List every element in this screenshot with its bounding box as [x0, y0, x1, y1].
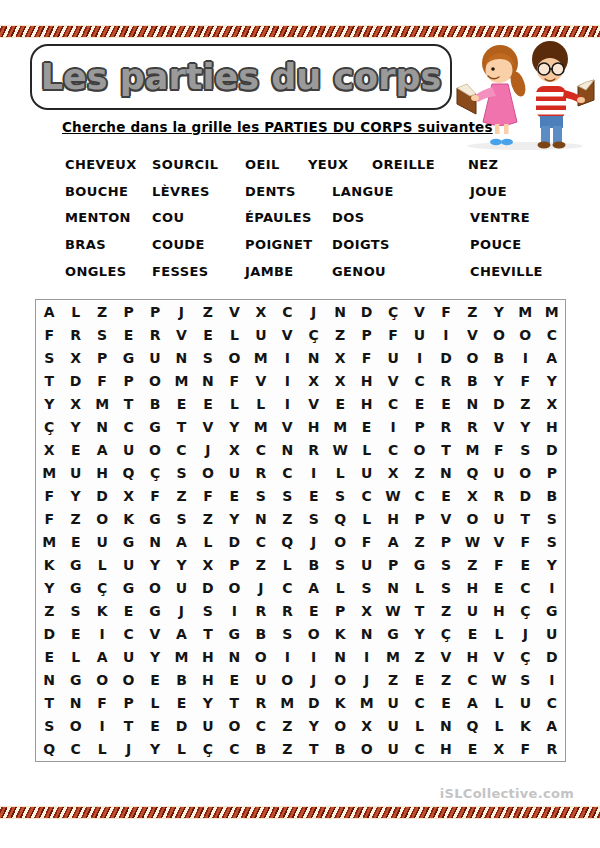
grid-cell[interactable]: M — [248, 415, 274, 438]
grid-cell[interactable]: U — [486, 461, 512, 484]
grid-cell[interactable]: S — [327, 484, 353, 507]
grid-cell[interactable]: V — [486, 530, 512, 553]
grid-cell[interactable]: C — [512, 577, 538, 600]
grid-cell[interactable]: S — [433, 554, 459, 577]
grid-cell[interactable]: N — [36, 669, 62, 692]
grid-cell[interactable]: C — [380, 392, 406, 415]
grid-cell[interactable]: G — [142, 507, 168, 530]
grid-cell[interactable]: C — [406, 369, 432, 392]
grid-cell[interactable]: N — [142, 530, 168, 553]
grid-cell[interactable]: O — [221, 577, 247, 600]
grid-cell[interactable]: Y — [539, 554, 565, 577]
grid-cell[interactable]: C — [115, 415, 141, 438]
grid-cell[interactable]: Ç — [36, 415, 62, 438]
grid-cell[interactable]: T — [195, 623, 221, 646]
grid-cell[interactable]: A — [89, 646, 115, 669]
grid-cell[interactable]: T — [115, 392, 141, 415]
grid-cell[interactable]: V — [195, 415, 221, 438]
grid-cell[interactable]: A — [459, 692, 485, 715]
grid-cell[interactable]: D — [221, 530, 247, 553]
grid-cell[interactable]: R — [62, 323, 88, 346]
grid-cell[interactable]: O — [195, 461, 221, 484]
grid-cell[interactable]: E — [433, 392, 459, 415]
grid-cell[interactable]: Y — [301, 715, 327, 738]
grid-cell[interactable]: Y — [36, 577, 62, 600]
grid-cell[interactable]: M — [248, 346, 274, 369]
grid-cell[interactable]: H — [301, 415, 327, 438]
grid-cell[interactable]: N — [433, 715, 459, 738]
grid-cell[interactable]: R — [248, 461, 274, 484]
grid-cell[interactable]: K — [512, 715, 538, 738]
grid-cell[interactable]: R — [301, 438, 327, 461]
grid-cell[interactable]: Ç — [380, 300, 406, 323]
grid-cell[interactable]: L — [221, 392, 247, 415]
grid-cell[interactable]: C — [221, 738, 247, 761]
grid-cell[interactable]: B — [301, 554, 327, 577]
grid-cell[interactable]: P — [89, 346, 115, 369]
grid-cell[interactable]: U — [89, 530, 115, 553]
grid-cell[interactable]: C — [353, 484, 379, 507]
grid-cell[interactable]: L — [195, 530, 221, 553]
grid-cell[interactable]: M — [539, 300, 565, 323]
grid-cell[interactable]: D — [539, 438, 565, 461]
grid-cell[interactable]: Q — [459, 715, 485, 738]
grid-cell[interactable]: N — [353, 623, 379, 646]
grid-cell[interactable]: O — [301, 623, 327, 646]
grid-cell[interactable]: U — [168, 577, 194, 600]
grid-cell[interactable]: D — [301, 692, 327, 715]
grid-cell[interactable]: A — [36, 300, 62, 323]
grid-cell[interactable]: R — [248, 692, 274, 715]
grid-cell[interactable]: M — [380, 646, 406, 669]
grid-cell[interactable]: L — [62, 300, 88, 323]
grid-cell[interactable]: S — [539, 507, 565, 530]
grid-cell[interactable]: X — [539, 392, 565, 415]
grid-cell[interactable]: O — [115, 669, 141, 692]
grid-cell[interactable]: C — [274, 300, 300, 323]
grid-cell[interactable]: E — [195, 323, 221, 346]
grid-cell[interactable]: H — [433, 738, 459, 761]
grid-cell[interactable]: Z — [168, 484, 194, 507]
grid-cell[interactable]: O — [221, 346, 247, 369]
grid-cell[interactable]: V — [301, 392, 327, 415]
grid-cell[interactable]: G — [380, 623, 406, 646]
grid-cell[interactable]: I — [221, 600, 247, 623]
grid-cell[interactable]: S — [195, 600, 221, 623]
grid-cell[interactable]: K — [115, 507, 141, 530]
grid-cell[interactable]: L — [486, 623, 512, 646]
grid-cell[interactable]: V — [168, 323, 194, 346]
grid-cell[interactable]: B — [248, 623, 274, 646]
grid-cell[interactable]: Z — [433, 600, 459, 623]
grid-cell[interactable]: Z — [195, 300, 221, 323]
grid-cell[interactable]: I — [274, 369, 300, 392]
grid-cell[interactable]: B — [168, 669, 194, 692]
grid-cell[interactable]: O — [274, 669, 300, 692]
grid-cell[interactable]: S — [327, 554, 353, 577]
grid-cell[interactable]: H — [380, 507, 406, 530]
grid-cell[interactable]: W — [327, 438, 353, 461]
grid-cell[interactable]: S — [433, 577, 459, 600]
grid-cell[interactable]: Q — [459, 461, 485, 484]
grid-cell[interactable]: G — [406, 554, 432, 577]
grid-cell[interactable]: X — [459, 484, 485, 507]
grid-cell[interactable]: C — [168, 438, 194, 461]
grid-cell[interactable]: C — [406, 738, 432, 761]
grid-cell[interactable]: Z — [380, 669, 406, 692]
grid-cell[interactable]: G — [142, 415, 168, 438]
grid-cell[interactable]: S — [36, 346, 62, 369]
grid-cell[interactable]: V — [274, 323, 300, 346]
grid-cell[interactable]: B — [248, 738, 274, 761]
grid-cell[interactable]: O — [89, 507, 115, 530]
grid-cell[interactable]: T — [221, 692, 247, 715]
grid-cell[interactable]: H — [459, 577, 485, 600]
grid-cell[interactable]: Z — [406, 530, 432, 553]
grid-cell[interactable]: F — [512, 369, 538, 392]
grid-cell[interactable]: A — [89, 438, 115, 461]
grid-cell[interactable]: L — [62, 646, 88, 669]
grid-cell[interactable]: Y — [142, 738, 168, 761]
grid-cell[interactable]: X — [327, 346, 353, 369]
grid-cell[interactable]: Y — [195, 692, 221, 715]
grid-cell[interactable]: Y — [486, 300, 512, 323]
grid-cell[interactable]: N — [195, 369, 221, 392]
grid-cell[interactable]: Ç — [301, 323, 327, 346]
grid-cell[interactable]: P — [115, 369, 141, 392]
grid-cell[interactable]: E — [301, 600, 327, 623]
grid-cell[interactable]: C — [406, 484, 432, 507]
grid-cell[interactable]: I — [274, 392, 300, 415]
grid-cell[interactable]: G — [142, 600, 168, 623]
grid-cell[interactable]: E — [406, 392, 432, 415]
grid-cell[interactable]: S — [36, 715, 62, 738]
grid-cell[interactable]: H — [353, 392, 379, 415]
grid-cell[interactable]: H — [195, 669, 221, 692]
grid-cell[interactable]: B — [486, 346, 512, 369]
grid-cell[interactable]: Ç — [89, 577, 115, 600]
grid-cell[interactable]: M — [36, 530, 62, 553]
grid-cell[interactable]: S — [512, 438, 538, 461]
grid-cell[interactable]: S — [89, 323, 115, 346]
grid-cell[interactable]: N — [301, 346, 327, 369]
grid-cell[interactable]: E — [168, 692, 194, 715]
grid-cell[interactable]: Ç — [195, 738, 221, 761]
grid-cell[interactable]: Y — [142, 554, 168, 577]
grid-cell[interactable]: E — [168, 392, 194, 415]
grid-cell[interactable]: O — [62, 715, 88, 738]
grid-cell[interactable]: Ç — [142, 461, 168, 484]
grid-cell[interactable]: M — [512, 300, 538, 323]
grid-cell[interactable]: Y — [62, 415, 88, 438]
grid-cell[interactable]: Z — [327, 323, 353, 346]
grid-cell[interactable]: L — [327, 461, 353, 484]
grid-cell[interactable]: I — [539, 669, 565, 692]
grid-cell[interactable]: F — [486, 554, 512, 577]
grid-cell[interactable]: B — [539, 484, 565, 507]
grid-cell[interactable]: Z — [274, 507, 300, 530]
grid-cell[interactable]: U — [115, 438, 141, 461]
grid-cell[interactable]: Y — [168, 554, 194, 577]
grid-cell[interactable]: Z — [433, 669, 459, 692]
grid-cell[interactable]: F — [380, 323, 406, 346]
grid-cell[interactable]: J — [301, 669, 327, 692]
grid-cell[interactable]: H — [459, 646, 485, 669]
grid-cell[interactable]: L — [486, 692, 512, 715]
grid-cell[interactable]: S — [353, 577, 379, 600]
grid-cell[interactable]: G — [62, 554, 88, 577]
grid-cell[interactable]: T — [512, 507, 538, 530]
grid-cell[interactable]: U — [115, 646, 141, 669]
grid-cell[interactable]: Z — [274, 738, 300, 761]
grid-cell[interactable]: R — [539, 738, 565, 761]
grid-cell[interactable]: J — [301, 530, 327, 553]
grid-cell[interactable]: R — [274, 600, 300, 623]
grid-cell[interactable]: Z — [248, 554, 274, 577]
grid-cell[interactable]: Z — [62, 507, 88, 530]
grid-cell[interactable]: L — [327, 577, 353, 600]
grid-cell[interactable]: E — [459, 623, 485, 646]
grid-cell[interactable]: C — [248, 438, 274, 461]
grid-cell[interactable]: J — [115, 738, 141, 761]
grid-cell[interactable]: F — [195, 484, 221, 507]
grid-cell[interactable]: F — [433, 300, 459, 323]
grid-cell[interactable]: E — [459, 738, 485, 761]
grid-cell[interactable]: N — [221, 646, 247, 669]
grid-cell[interactable]: D — [168, 715, 194, 738]
grid-cell[interactable]: O — [142, 438, 168, 461]
grid-cell[interactable]: P — [380, 554, 406, 577]
grid-cell[interactable]: J — [168, 600, 194, 623]
grid-cell[interactable]: E — [115, 323, 141, 346]
grid-cell[interactable]: E — [62, 623, 88, 646]
grid-cell[interactable]: F — [89, 369, 115, 392]
grid-cell[interactable]: M — [274, 692, 300, 715]
grid-cell[interactable]: S — [301, 507, 327, 530]
grid-cell[interactable]: S — [168, 507, 194, 530]
grid-cell[interactable]: H — [486, 600, 512, 623]
grid-cell[interactable]: F — [512, 530, 538, 553]
grid-cell[interactable]: E — [406, 669, 432, 692]
grid-cell[interactable]: J — [512, 623, 538, 646]
grid-cell[interactable]: Y — [221, 415, 247, 438]
grid-cell[interactable]: M — [168, 646, 194, 669]
grid-cell[interactable]: Z — [195, 507, 221, 530]
grid-cell[interactable]: F — [353, 530, 379, 553]
grid-cell[interactable]: C — [274, 577, 300, 600]
grid-cell[interactable]: S — [248, 484, 274, 507]
grid-cell[interactable]: E — [142, 669, 168, 692]
grid-cell[interactable]: W — [380, 600, 406, 623]
grid-cell[interactable]: D — [353, 300, 379, 323]
grid-cell[interactable]: Z — [512, 392, 538, 415]
grid-cell[interactable]: C — [248, 530, 274, 553]
grid-cell[interactable]: X — [221, 438, 247, 461]
grid-cell[interactable]: U — [380, 715, 406, 738]
grid-cell[interactable]: N — [433, 461, 459, 484]
grid-cell[interactable]: Z — [36, 600, 62, 623]
grid-cell[interactable]: D — [62, 369, 88, 392]
grid-cell[interactable]: S — [195, 346, 221, 369]
grid-cell[interactable]: K — [327, 692, 353, 715]
grid-cell[interactable]: I — [353, 646, 379, 669]
grid-cell[interactable]: E — [221, 669, 247, 692]
grid-cell[interactable]: D — [433, 346, 459, 369]
grid-cell[interactable]: E — [486, 577, 512, 600]
grid-cell[interactable]: U — [406, 323, 432, 346]
grid-cell[interactable]: W — [459, 530, 485, 553]
grid-cell[interactable]: M — [353, 692, 379, 715]
grid-cell[interactable]: Y — [142, 646, 168, 669]
grid-cell[interactable]: V — [486, 415, 512, 438]
grid-cell[interactable]: V — [248, 369, 274, 392]
grid-cell[interactable]: U — [353, 461, 379, 484]
grid-cell[interactable]: M — [168, 369, 194, 392]
grid-cell[interactable]: L — [353, 438, 379, 461]
grid-cell[interactable]: T — [301, 738, 327, 761]
grid-cell[interactable]: R — [486, 484, 512, 507]
grid-cell[interactable]: Z — [459, 300, 485, 323]
grid-cell[interactable]: H — [195, 646, 221, 669]
grid-cell[interactable]: X — [248, 300, 274, 323]
grid-cell[interactable]: S — [274, 484, 300, 507]
grid-cell[interactable]: C — [406, 692, 432, 715]
grid-cell[interactable]: X — [353, 600, 379, 623]
grid-cell[interactable]: U — [248, 323, 274, 346]
grid-cell[interactable]: Y — [512, 415, 538, 438]
grid-cell[interactable]: V — [486, 646, 512, 669]
grid-cell[interactable]: T — [115, 715, 141, 738]
grid-cell[interactable]: J — [168, 300, 194, 323]
grid-cell[interactable]: M — [327, 415, 353, 438]
grid-cell[interactable]: Ç — [433, 623, 459, 646]
grid-cell[interactable]: E — [433, 692, 459, 715]
grid-cell[interactable]: D — [512, 484, 538, 507]
grid-cell[interactable]: Y — [36, 392, 62, 415]
grid-cell[interactable]: Ç — [512, 646, 538, 669]
grid-cell[interactable]: O — [406, 438, 432, 461]
grid-cell[interactable]: I — [89, 623, 115, 646]
grid-cell[interactable]: I — [512, 346, 538, 369]
grid-cell[interactable]: H — [353, 369, 379, 392]
grid-cell[interactable]: I — [539, 577, 565, 600]
grid-cell[interactable]: V — [433, 646, 459, 669]
grid-cell[interactable]: V — [406, 300, 432, 323]
grid-cell[interactable]: L — [353, 507, 379, 530]
grid-cell[interactable]: M — [36, 461, 62, 484]
grid-cell[interactable]: N — [274, 438, 300, 461]
grid-cell[interactable]: P — [327, 600, 353, 623]
grid-cell[interactable]: V — [142, 623, 168, 646]
grid-cell[interactable]: Z — [406, 461, 432, 484]
grid-cell[interactable]: L — [406, 577, 432, 600]
grid-cell[interactable]: O — [512, 323, 538, 346]
grid-cell[interactable]: L — [274, 554, 300, 577]
grid-cell[interactable]: O — [89, 669, 115, 692]
grid-cell[interactable]: G — [221, 623, 247, 646]
grid-cell[interactable]: B — [327, 738, 353, 761]
grid-cell[interactable]: U — [195, 715, 221, 738]
grid-cell[interactable]: R — [433, 415, 459, 438]
grid-cell[interactable]: L — [221, 323, 247, 346]
grid-cell[interactable]: V — [459, 323, 485, 346]
grid-cell[interactable]: X — [195, 554, 221, 577]
grid-cell[interactable]: U — [380, 692, 406, 715]
grid-cell[interactable]: U — [221, 461, 247, 484]
grid-cell[interactable]: T — [433, 438, 459, 461]
grid-cell[interactable]: D — [36, 623, 62, 646]
grid-cell[interactable]: C — [248, 715, 274, 738]
grid-cell[interactable]: U — [486, 507, 512, 530]
grid-cell[interactable]: Y — [406, 623, 432, 646]
grid-cell[interactable]: I — [380, 415, 406, 438]
grid-cell[interactable]: I — [433, 323, 459, 346]
grid-cell[interactable]: N — [248, 507, 274, 530]
grid-cell[interactable]: I — [274, 646, 300, 669]
grid-cell[interactable]: N — [327, 646, 353, 669]
grid-cell[interactable]: S — [62, 600, 88, 623]
grid-cell[interactable]: V — [221, 300, 247, 323]
grid-cell[interactable]: Z — [406, 646, 432, 669]
grid-cell[interactable]: H — [89, 461, 115, 484]
grid-cell[interactable]: P — [406, 415, 432, 438]
grid-cell[interactable]: K — [89, 600, 115, 623]
grid-cell[interactable]: X — [36, 438, 62, 461]
grid-cell[interactable]: X — [115, 484, 141, 507]
grid-cell[interactable]: E — [142, 715, 168, 738]
grid-cell[interactable]: F — [36, 507, 62, 530]
grid-cell[interactable]: C — [380, 438, 406, 461]
grid-cell[interactable]: W — [380, 484, 406, 507]
grid-cell[interactable]: T — [36, 692, 62, 715]
grid-cell[interactable]: F — [36, 323, 62, 346]
grid-cell[interactable]: E — [221, 484, 247, 507]
grid-cell[interactable]: E — [62, 438, 88, 461]
grid-cell[interactable]: G — [62, 669, 88, 692]
grid-cell[interactable]: O — [327, 530, 353, 553]
grid-cell[interactable]: O — [486, 323, 512, 346]
grid-cell[interactable]: Q — [327, 507, 353, 530]
grid-cell[interactable]: A — [539, 715, 565, 738]
grid-cell[interactable]: Y — [486, 369, 512, 392]
grid-cell[interactable]: N — [459, 392, 485, 415]
grid-cell[interactable]: O — [221, 715, 247, 738]
grid-cell[interactable]: T — [406, 600, 432, 623]
grid-cell[interactable]: O — [459, 507, 485, 530]
grid-cell[interactable]: M — [459, 438, 485, 461]
grid-cell[interactable]: U — [539, 623, 565, 646]
grid-cell[interactable]: D — [195, 577, 221, 600]
grid-cell[interactable]: I — [89, 715, 115, 738]
grid-cell[interactable]: E — [36, 646, 62, 669]
grid-cell[interactable]: G — [115, 530, 141, 553]
grid-cell[interactable]: F — [512, 738, 538, 761]
grid-cell[interactable]: P — [433, 530, 459, 553]
grid-cell[interactable]: D — [486, 392, 512, 415]
grid-cell[interactable]: W — [486, 669, 512, 692]
grid-cell[interactable]: Z — [89, 300, 115, 323]
grid-cell[interactable]: U — [512, 692, 538, 715]
grid-cell[interactable]: L — [168, 738, 194, 761]
grid-cell[interactable]: U — [62, 461, 88, 484]
grid-cell[interactable]: T — [36, 369, 62, 392]
grid-cell[interactable]: I — [274, 346, 300, 369]
grid-cell[interactable]: S — [274, 623, 300, 646]
grid-cell[interactable]: E — [115, 600, 141, 623]
grid-cell[interactable]: O — [353, 738, 379, 761]
grid-cell[interactable]: L — [89, 554, 115, 577]
grid-cell[interactable]: G — [115, 346, 141, 369]
